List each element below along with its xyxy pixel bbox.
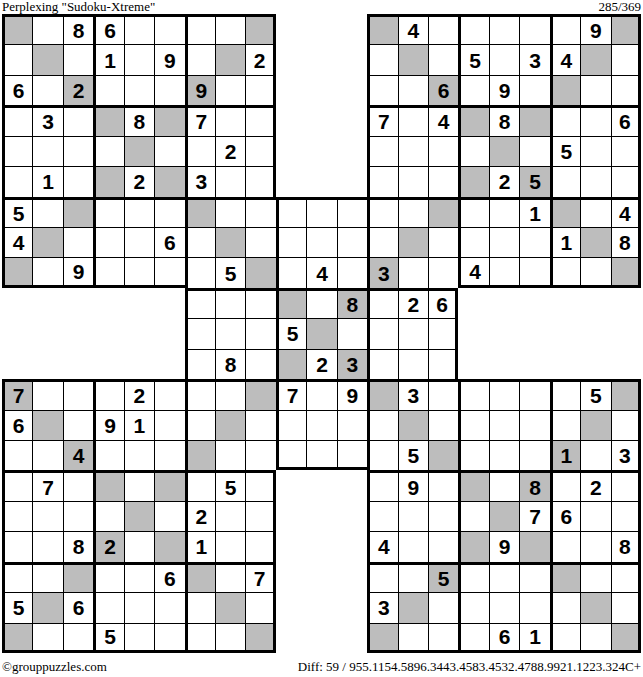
cell-r2-c13[interactable] xyxy=(367,44,397,74)
cell-r17-c17[interactable] xyxy=(489,501,519,531)
cell-r5-c2[interactable] xyxy=(32,136,62,166)
cell-r13-c13[interactable] xyxy=(367,379,397,409)
cell-r9-c10[interactable] xyxy=(276,257,306,287)
cell-r21-c1[interactable] xyxy=(2,623,32,653)
cell-r7-c5[interactable] xyxy=(124,197,154,227)
cell-r3-c5[interactable] xyxy=(124,75,154,105)
cell-r1-c5[interactable] xyxy=(124,14,154,44)
cell-r18-c20[interactable] xyxy=(580,531,610,561)
cell-r14-c21[interactable] xyxy=(611,410,641,440)
cell-r2-c17[interactable] xyxy=(489,44,519,74)
cell-r15-c17[interactable] xyxy=(489,440,519,470)
cell-r9-c17[interactable] xyxy=(489,257,519,287)
cell-r10-c8[interactable] xyxy=(215,288,245,318)
cell-r7-c13[interactable] xyxy=(367,197,397,227)
cell-r21-c5[interactable] xyxy=(124,623,154,653)
cell-r1-c8[interactable] xyxy=(215,14,245,44)
cell-r5-c4[interactable] xyxy=(93,136,123,166)
cell-r16-c9[interactable] xyxy=(245,470,275,500)
cell-r6-c9[interactable] xyxy=(245,166,275,196)
cell-r7-c3[interactable] xyxy=(63,197,93,227)
cell-r8-c8[interactable] xyxy=(215,227,245,257)
cell-r14-c6[interactable] xyxy=(154,410,184,440)
cell-r8-c16[interactable] xyxy=(458,227,488,257)
cell-r8-c5[interactable] xyxy=(124,227,154,257)
cell-r16-c4[interactable] xyxy=(93,470,123,500)
cell-r19-c4[interactable] xyxy=(93,562,123,592)
cell-r19-c19[interactable] xyxy=(550,562,580,592)
cell-r4-c20[interactable] xyxy=(580,105,610,135)
cell-r5-c1[interactable] xyxy=(2,136,32,166)
cell-r21-c2[interactable] xyxy=(32,623,62,653)
cell-r11-c7[interactable] xyxy=(185,318,215,348)
cell-r14-c18[interactable] xyxy=(519,410,549,440)
cell-r6-c13[interactable] xyxy=(367,166,397,196)
cell-r6-c3[interactable] xyxy=(63,166,93,196)
cell-r18-c6[interactable] xyxy=(154,531,184,561)
cell-r1-c13[interactable] xyxy=(367,14,397,44)
cell-r17-c1[interactable] xyxy=(2,501,32,531)
cell-r20-c16[interactable] xyxy=(458,592,488,622)
cell-r19-c18[interactable] xyxy=(519,562,549,592)
cell-r18-c18[interactable] xyxy=(519,531,549,561)
cell-r19-c7[interactable] xyxy=(185,562,215,592)
cell-r13-c17[interactable] xyxy=(489,379,519,409)
cell-r15-c13[interactable] xyxy=(367,440,397,470)
cell-r8-c9[interactable] xyxy=(245,227,275,257)
cell-r6-c21[interactable] xyxy=(611,166,641,196)
cell-r16-c5[interactable] xyxy=(124,470,154,500)
cell-r12-c13[interactable] xyxy=(367,349,397,379)
cell-r1-c2[interactable] xyxy=(32,14,62,44)
cell-r14-c20[interactable] xyxy=(580,410,610,440)
cell-r12-c14[interactable] xyxy=(398,349,428,379)
cell-r15-c5[interactable] xyxy=(124,440,154,470)
cell-r21-c6[interactable] xyxy=(154,623,184,653)
cell-r13-c9[interactable] xyxy=(245,379,275,409)
cell-r6-c15[interactable] xyxy=(428,166,458,196)
cell-r18-c15[interactable] xyxy=(428,531,458,561)
cell-r8-c10[interactable] xyxy=(276,227,306,257)
cell-r3-c8[interactable] xyxy=(215,75,245,105)
cell-r2-c15[interactable] xyxy=(428,44,458,74)
cell-r16-c15[interactable] xyxy=(428,470,458,500)
cell-r4-c1[interactable] xyxy=(2,105,32,135)
cell-r20-c8[interactable] xyxy=(215,592,245,622)
cell-r6-c4[interactable] xyxy=(93,166,123,196)
cell-r1-c3-given-8: 8 xyxy=(63,14,93,44)
cell-r9-c20[interactable] xyxy=(580,257,610,287)
cell-r16-c13[interactable] xyxy=(367,470,397,500)
cell-r6-c6[interactable] xyxy=(154,166,184,196)
cell-r19-c1[interactable] xyxy=(2,562,32,592)
cell-r13-c2[interactable] xyxy=(32,379,62,409)
cell-r8-c4[interactable] xyxy=(93,227,123,257)
cell-r1-c17[interactable] xyxy=(489,14,519,44)
cell-r3-c14[interactable] xyxy=(398,75,428,105)
cell-r5-c17[interactable] xyxy=(489,136,519,166)
cell-r5-c7[interactable] xyxy=(185,136,215,166)
cell-r21-c21[interactable] xyxy=(611,623,641,653)
cell-r12-c15[interactable] xyxy=(428,349,458,379)
cell-r7-c14[interactable] xyxy=(398,197,428,227)
cell-r9-c19[interactable] xyxy=(550,257,580,287)
cell-r7-c16[interactable] xyxy=(458,197,488,227)
cell-r19-c3[interactable] xyxy=(63,562,93,592)
cell-r15-c12[interactable] xyxy=(337,440,367,470)
cell-r11-c13[interactable] xyxy=(367,318,397,348)
cell-r16-c6[interactable] xyxy=(154,470,184,500)
cell-r14-c7[interactable] xyxy=(185,410,215,440)
cell-r11-c11[interactable] xyxy=(306,318,336,348)
cell-r2-c14[interactable] xyxy=(398,44,428,74)
cell-r6-c8[interactable] xyxy=(215,166,245,196)
cell-r20-c9[interactable] xyxy=(245,592,275,622)
cell-r8-c12[interactable] xyxy=(337,227,367,257)
cell-r18-c1[interactable] xyxy=(2,531,32,561)
cell-r17-c8[interactable] xyxy=(215,501,245,531)
cell-r9-c1[interactable] xyxy=(2,257,32,287)
cell-r7-c19[interactable] xyxy=(550,197,580,227)
cell-r8-c18[interactable] xyxy=(519,227,549,257)
cell-r1-c9[interactable] xyxy=(245,14,275,44)
cell-r2-c7[interactable] xyxy=(185,44,215,74)
cell-r21-c14[interactable] xyxy=(398,623,428,653)
cell-r8-c11[interactable] xyxy=(306,227,336,257)
cell-r9-c9[interactable] xyxy=(245,257,275,287)
cell-r8-c17[interactable] xyxy=(489,227,519,257)
cell-r11-c14[interactable] xyxy=(398,318,428,348)
cell-r5-c6[interactable] xyxy=(154,136,184,166)
cell-r18-c2[interactable] xyxy=(32,531,62,561)
cell-r15-c10[interactable] xyxy=(276,440,306,470)
cell-r14-c11[interactable] xyxy=(306,410,336,440)
cell-r18-c5[interactable] xyxy=(124,531,154,561)
cell-r4-c8[interactable] xyxy=(215,105,245,135)
cell-r15-c8[interactable] xyxy=(215,440,245,470)
cell-r6-c5-given-2: 2 xyxy=(124,166,154,196)
cell-r16-c17[interactable] xyxy=(489,470,519,500)
cell-r10-c13[interactable] xyxy=(367,288,397,318)
cell-r13-c6[interactable] xyxy=(154,379,184,409)
cell-r21-c8[interactable] xyxy=(215,623,245,653)
cell-r5-c13[interactable] xyxy=(367,136,397,166)
cell-r9-c11-given-4: 4 xyxy=(306,257,336,287)
cell-r20-c6[interactable] xyxy=(154,592,184,622)
cell-r17-c16[interactable] xyxy=(458,501,488,531)
cell-r9-c2[interactable] xyxy=(32,257,62,287)
cell-r17-c5[interactable] xyxy=(124,501,154,531)
cell-r9-c14[interactable] xyxy=(398,257,428,287)
cell-r14-c3[interactable] xyxy=(63,410,93,440)
cell-r10-c10[interactable] xyxy=(276,288,306,318)
cell-r13-c19[interactable] xyxy=(550,379,580,409)
cell-r17-c4[interactable] xyxy=(93,501,123,531)
cell-r7-c9[interactable] xyxy=(245,197,275,227)
cell-r7-c17[interactable] xyxy=(489,197,519,227)
cell-r8-c7[interactable] xyxy=(185,227,215,257)
cell-r17-c19-given-6: 6 xyxy=(550,501,580,531)
cell-r20-c14[interactable] xyxy=(398,592,428,622)
cell-r6-c14[interactable] xyxy=(398,166,428,196)
cell-r5-c20[interactable] xyxy=(580,136,610,166)
cell-r18-c9[interactable] xyxy=(245,531,275,561)
cell-r7-c10[interactable] xyxy=(276,197,306,227)
cell-r3-c9[interactable] xyxy=(245,75,275,105)
cell-r13-c3[interactable] xyxy=(63,379,93,409)
cell-r21-c19[interactable] xyxy=(550,623,580,653)
cell-r16-c19[interactable] xyxy=(550,470,580,500)
cell-r20-c15[interactable] xyxy=(428,592,458,622)
cell-r15-c15[interactable] xyxy=(428,440,458,470)
cell-r14-c19[interactable] xyxy=(550,410,580,440)
cell-r13-c7[interactable] xyxy=(185,379,215,409)
cell-r17-c18-given-7: 7 xyxy=(519,501,549,531)
cell-r21-c16[interactable] xyxy=(458,623,488,653)
cell-r9-c4[interactable] xyxy=(93,257,123,287)
cell-r3-c4[interactable] xyxy=(93,75,123,105)
cell-r3-c16[interactable] xyxy=(458,75,488,105)
cell-r2-c20[interactable] xyxy=(580,44,610,74)
cell-r2-c21[interactable] xyxy=(611,44,641,74)
cell-r14-c17[interactable] xyxy=(489,410,519,440)
cell-r11-c15[interactable] xyxy=(428,318,458,348)
cell-r14-c14[interactable] xyxy=(398,410,428,440)
cell-r7-c8[interactable] xyxy=(215,197,245,227)
cell-r20-c5[interactable] xyxy=(124,592,154,622)
cell-r15-c11[interactable] xyxy=(306,440,336,470)
cell-r19-c2[interactable] xyxy=(32,562,62,592)
cell-r18-c14[interactable] xyxy=(398,531,428,561)
cell-r19-c13[interactable] xyxy=(367,562,397,592)
cell-r8-c13[interactable] xyxy=(367,227,397,257)
cell-r16-c7[interactable] xyxy=(185,470,215,500)
cell-r15-c7[interactable] xyxy=(185,440,215,470)
cell-r6-c20[interactable] xyxy=(580,166,610,196)
cell-r8-c14[interactable] xyxy=(398,227,428,257)
cell-r5-c18[interactable] xyxy=(519,136,549,166)
cell-r21-c7[interactable] xyxy=(185,623,215,653)
cell-r19-c17[interactable] xyxy=(489,562,519,592)
cell-r7-c7[interactable] xyxy=(185,197,215,227)
cell-r3-c19[interactable] xyxy=(550,75,580,105)
cell-r2-c8[interactable] xyxy=(215,44,245,74)
cell-r16-c3[interactable] xyxy=(63,470,93,500)
cell-r6-c16[interactable] xyxy=(458,166,488,196)
cell-r5-c15[interactable] xyxy=(428,136,458,166)
cell-r15-c2[interactable] xyxy=(32,440,62,470)
cell-r5-c8-given-2: 2 xyxy=(215,136,245,166)
cell-r4-c14[interactable] xyxy=(398,105,428,135)
cell-r5-c19-given-5: 5 xyxy=(550,136,580,166)
cell-r3-c18[interactable] xyxy=(519,75,549,105)
cell-r16-c16[interactable] xyxy=(458,470,488,500)
cell-r6-c19[interactable] xyxy=(550,166,580,196)
cell-r21-c3[interactable] xyxy=(63,623,93,653)
cell-r20-c4[interactable] xyxy=(93,592,123,622)
cell-r19-c14[interactable] xyxy=(398,562,428,592)
cell-r20-c18[interactable] xyxy=(519,592,549,622)
cell-r20-c17[interactable] xyxy=(489,592,519,622)
cell-r17-c15[interactable] xyxy=(428,501,458,531)
cell-r8-c2[interactable] xyxy=(32,227,62,257)
cell-r1-c7[interactable] xyxy=(185,14,215,44)
cell-r8-c15[interactable] xyxy=(428,227,458,257)
cell-r4-c19[interactable] xyxy=(550,105,580,135)
cell-r15-c20[interactable] xyxy=(580,440,610,470)
cell-r5-c3[interactable] xyxy=(63,136,93,166)
cell-r20-c21[interactable] xyxy=(611,592,641,622)
cell-r3-c21[interactable] xyxy=(611,75,641,105)
cell-r17-c13[interactable] xyxy=(367,501,397,531)
cell-r14-c2[interactable] xyxy=(32,410,62,440)
cell-r18-c8[interactable] xyxy=(215,531,245,561)
cell-r7-c6[interactable] xyxy=(154,197,184,227)
cell-r5-c16[interactable] xyxy=(458,136,488,166)
cell-r3-c2[interactable] xyxy=(32,75,62,105)
cell-r3-c20[interactable] xyxy=(580,75,610,105)
cell-r12-c10[interactable] xyxy=(276,349,306,379)
cell-r4-c16[interactable] xyxy=(458,105,488,135)
cell-r17-c2[interactable] xyxy=(32,501,62,531)
cell-r20-c20[interactable] xyxy=(580,592,610,622)
cell-r9-c5[interactable] xyxy=(124,257,154,287)
cell-r13-c15[interactable] xyxy=(428,379,458,409)
cell-r4-c9[interactable] xyxy=(245,105,275,135)
cell-r14-c8[interactable] xyxy=(215,410,245,440)
cell-r7-c20[interactable] xyxy=(580,197,610,227)
cell-r15-c6[interactable] xyxy=(154,440,184,470)
cell-r13-c16[interactable] xyxy=(458,379,488,409)
cell-r5-c14[interactable] xyxy=(398,136,428,166)
cell-r13-c8[interactable] xyxy=(215,379,245,409)
cell-r18-c16[interactable] xyxy=(458,531,488,561)
cell-r10-c7[interactable] xyxy=(185,288,215,318)
cell-r17-c21[interactable] xyxy=(611,501,641,531)
cell-r1-c16[interactable] xyxy=(458,14,488,44)
cell-r4-c4[interactable] xyxy=(93,105,123,135)
cell-r17-c6[interactable] xyxy=(154,501,184,531)
page: Perplexing "Sudoku-Xtreme" 285/369 86491… xyxy=(0,0,643,677)
cell-r1-c6[interactable] xyxy=(154,14,184,44)
cell-r7-c4[interactable] xyxy=(93,197,123,227)
cell-r1-c19[interactable] xyxy=(550,14,580,44)
cell-r1-c18[interactable] xyxy=(519,14,549,44)
board-gap xyxy=(63,318,93,348)
cell-r1-c21[interactable] xyxy=(611,14,641,44)
board-gap xyxy=(276,501,306,531)
cell-r9-c18[interactable] xyxy=(519,257,549,287)
cell-r2-c1[interactable] xyxy=(2,44,32,74)
cell-r9-c12[interactable] xyxy=(337,257,367,287)
cell-r21-c15[interactable] xyxy=(428,623,458,653)
cell-r17-c3[interactable] xyxy=(63,501,93,531)
cell-r14-c16[interactable] xyxy=(458,410,488,440)
cell-r12-c9[interactable] xyxy=(245,349,275,379)
cell-r14-c10[interactable] xyxy=(276,410,306,440)
cell-r19-c20[interactable] xyxy=(580,562,610,592)
cell-r20-c19[interactable] xyxy=(550,592,580,622)
cell-r4-c3[interactable] xyxy=(63,105,93,135)
cell-r10-c11[interactable] xyxy=(306,288,336,318)
cell-r14-c9[interactable] xyxy=(245,410,275,440)
board-gap xyxy=(276,531,306,561)
cell-r16-c1[interactable] xyxy=(2,470,32,500)
cell-r17-c14[interactable] xyxy=(398,501,428,531)
cell-r2-c2[interactable] xyxy=(32,44,62,74)
cell-r6-c1[interactable] xyxy=(2,166,32,196)
cell-r7-c2[interactable] xyxy=(32,197,62,227)
cell-r15-c1[interactable] xyxy=(2,440,32,470)
cell-r9-c8-given-5: 5 xyxy=(215,257,245,287)
cell-r1-c15[interactable] xyxy=(428,14,458,44)
cell-r9-c7[interactable] xyxy=(185,257,215,287)
cell-r20-c2[interactable] xyxy=(32,592,62,622)
cell-r12-c7[interactable] xyxy=(185,349,215,379)
cell-r2-c5[interactable] xyxy=(124,44,154,74)
cell-r19-c5[interactable] xyxy=(124,562,154,592)
cell-r8-c3[interactable] xyxy=(63,227,93,257)
cell-r14-c13[interactable] xyxy=(367,410,397,440)
cell-r21-c20[interactable] xyxy=(580,623,610,653)
cell-r20-c7[interactable] xyxy=(185,592,215,622)
cell-r11-c12[interactable] xyxy=(337,318,367,348)
cell-r13-c11[interactable] xyxy=(306,379,336,409)
board-gap xyxy=(306,592,336,622)
cell-r21-c9[interactable] xyxy=(245,623,275,653)
cell-r2-c3[interactable] xyxy=(63,44,93,74)
cell-r19-c21[interactable] xyxy=(611,562,641,592)
cell-r19-c8[interactable] xyxy=(215,562,245,592)
cell-r9-c21[interactable] xyxy=(611,257,641,287)
cell-r3-c13[interactable] xyxy=(367,75,397,105)
cell-r13-c18[interactable] xyxy=(519,379,549,409)
cell-r15-c16[interactable] xyxy=(458,440,488,470)
cell-r13-c21[interactable] xyxy=(611,379,641,409)
cell-r15-c9[interactable] xyxy=(245,440,275,470)
cell-r14-c12[interactable] xyxy=(337,410,367,440)
cell-r8-c20[interactable] xyxy=(580,227,610,257)
cell-r21-c13[interactable] xyxy=(367,623,397,653)
cell-r17-c9[interactable] xyxy=(245,501,275,531)
cell-r17-c20[interactable] xyxy=(580,501,610,531)
cell-r9-c6[interactable] xyxy=(154,257,184,287)
cell-r7-c12[interactable] xyxy=(337,197,367,227)
cell-r11-c9[interactable] xyxy=(245,318,275,348)
cell-r15-c18[interactable] xyxy=(519,440,549,470)
cell-r19-c16[interactable] xyxy=(458,562,488,592)
cell-r15-c4[interactable] xyxy=(93,440,123,470)
cell-r3-c6[interactable] xyxy=(154,75,184,105)
cell-r9-c15[interactable] xyxy=(428,257,458,287)
cell-r13-c4[interactable] xyxy=(93,379,123,409)
cell-r18-c13-given-4: 4 xyxy=(367,531,397,561)
cell-r5-c9[interactable] xyxy=(245,136,275,166)
cell-r16-c21[interactable] xyxy=(611,470,641,500)
cell-r7-c11[interactable] xyxy=(306,197,336,227)
cell-r5-c5[interactable] xyxy=(124,136,154,166)
cell-r1-c1[interactable] xyxy=(2,14,32,44)
cell-r14-c15[interactable] xyxy=(428,410,458,440)
cell-r10-c9[interactable] xyxy=(245,288,275,318)
cell-r18-c19[interactable] xyxy=(550,531,580,561)
cell-r7-c15[interactable] xyxy=(428,197,458,227)
cell-r4-c18[interactable] xyxy=(519,105,549,135)
cell-r5-c21[interactable] xyxy=(611,136,641,166)
cell-r4-c6[interactable] xyxy=(154,105,184,135)
board-gap xyxy=(489,349,519,379)
cell-r11-c8[interactable] xyxy=(215,318,245,348)
